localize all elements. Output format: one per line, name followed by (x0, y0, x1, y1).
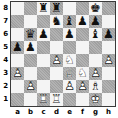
piece-fill: ♛ (63, 67, 76, 80)
square-e7[interactable]: ♝ (63, 15, 76, 28)
square-d2[interactable] (50, 80, 63, 93)
square-a6[interactable] (11, 28, 24, 41)
piece-white-knight: ♘ (63, 54, 76, 67)
file-label-a: a (11, 107, 24, 117)
piece-black-bishop: ♝ (63, 15, 76, 28)
square-a5[interactable]: ♟ (11, 41, 24, 54)
square-b7[interactable] (24, 15, 37, 28)
piece-black-rook: ♜ (50, 2, 63, 15)
piece-white-rook: ♖ (37, 93, 50, 106)
square-b3[interactable] (24, 67, 37, 80)
piece-white-pawn: ♙ (102, 54, 115, 67)
square-a8[interactable] (11, 2, 24, 15)
rank-label-3: 3 (1, 66, 10, 79)
square-h4[interactable]: ♟♙ (102, 54, 115, 67)
piece-black-knight: ♞ (50, 15, 63, 28)
piece-black-pawn: ♟ (11, 41, 24, 54)
square-b4[interactable] (24, 54, 37, 67)
piece-white-knight: ♘ (76, 67, 89, 80)
piece-black-pawn: ♟ (76, 15, 89, 28)
piece-white-queen: ♕ (63, 67, 76, 80)
square-c2[interactable] (37, 80, 50, 93)
piece-fill: ♟ (50, 54, 63, 67)
square-d1[interactable]: ♜♖ (50, 93, 63, 106)
piece-fill: ♝ (89, 80, 102, 93)
square-a7[interactable] (11, 15, 24, 28)
piece-black-queen: ♛ (24, 28, 37, 41)
square-e6[interactable]: ♟ (63, 28, 76, 41)
board-area: 87654321 ♜♜♚♞♝♟♟♛♟♟♝♟♟♟♟♙♞♘♟♙♟♙♛♕♞♘♟♙♟♙♟… (1, 1, 118, 107)
piece-fill: ♟ (24, 80, 37, 93)
file-label-h: h (102, 107, 115, 117)
square-h3[interactable] (102, 67, 115, 80)
square-f5[interactable] (76, 41, 89, 54)
piece-black-pawn: ♟ (63, 28, 76, 41)
file-label-c: c (37, 107, 50, 117)
corner-spacer (1, 107, 10, 117)
square-e5[interactable] (63, 41, 76, 54)
square-e2[interactable]: ♟♙ (63, 80, 76, 93)
piece-black-pawn: ♟ (89, 15, 102, 28)
square-a1[interactable] (11, 93, 24, 106)
square-d8[interactable]: ♜ (50, 2, 63, 15)
file-label-b: b (24, 107, 37, 117)
square-f8[interactable] (76, 2, 89, 15)
rank-label-5: 5 (1, 40, 10, 53)
square-h7[interactable] (102, 15, 115, 28)
piece-white-pawn: ♙ (63, 80, 76, 93)
square-g5[interactable] (89, 41, 102, 54)
file-label-e: e (63, 107, 76, 117)
piece-fill: ♟ (63, 80, 76, 93)
square-f1[interactable] (76, 93, 89, 106)
rank-label-1: 1 (1, 92, 10, 105)
square-e4[interactable]: ♞♘ (63, 54, 76, 67)
square-d7[interactable]: ♞ (50, 15, 63, 28)
square-c3[interactable] (37, 67, 50, 80)
piece-white-pawn: ♙ (76, 80, 89, 93)
square-d3[interactable] (50, 67, 63, 80)
piece-black-pawn: ♟ (102, 28, 115, 41)
file-label-f: f (76, 107, 89, 117)
square-g3[interactable]: ♟♙ (89, 67, 102, 80)
square-g2[interactable]: ♝♗ (89, 80, 102, 93)
file-label-row: abcdefgh (1, 107, 118, 117)
rank-labels: 87654321 (1, 1, 10, 107)
file-label-g: g (89, 107, 102, 117)
square-e3[interactable]: ♛♕ (63, 67, 76, 80)
piece-white-pawn: ♙ (89, 67, 102, 80)
piece-fill: ♟ (11, 67, 24, 80)
piece-fill: ♚ (89, 93, 102, 106)
square-h5[interactable] (102, 41, 115, 54)
piece-black-pawn: ♟ (37, 28, 50, 41)
square-c6[interactable]: ♟ (37, 28, 50, 41)
file-labels: abcdefgh (11, 107, 115, 117)
piece-black-king: ♚ (89, 2, 102, 15)
square-f2[interactable]: ♟♙ (76, 80, 89, 93)
piece-fill: ♟ (76, 80, 89, 93)
square-c7[interactable] (37, 15, 50, 28)
piece-black-rook: ♜ (37, 2, 50, 15)
piece-fill: ♟ (89, 67, 102, 80)
rank-label-2: 2 (1, 79, 10, 92)
piece-fill: ♟ (102, 54, 115, 67)
square-c8[interactable]: ♜ (37, 2, 50, 15)
square-g1[interactable]: ♚♔ (89, 93, 102, 106)
piece-white-pawn: ♙ (24, 80, 37, 93)
square-b2[interactable]: ♟♙ (24, 80, 37, 93)
square-g8[interactable]: ♚ (89, 2, 102, 15)
piece-black-pawn: ♟ (24, 41, 37, 54)
square-c1[interactable]: ♜♖ (37, 93, 50, 106)
piece-white-pawn: ♙ (50, 54, 63, 67)
square-b1[interactable] (24, 93, 37, 106)
square-g7[interactable]: ♟ (89, 15, 102, 28)
rank-label-6: 6 (1, 27, 10, 40)
square-a2[interactable] (11, 80, 24, 93)
file-label-d: d (50, 107, 63, 117)
square-d5[interactable] (50, 41, 63, 54)
square-h6[interactable]: ♟ (102, 28, 115, 41)
chess-board: ♜♜♚♞♝♟♟♛♟♟♝♟♟♟♟♙♞♘♟♙♟♙♛♕♞♘♟♙♟♙♟♙♟♙♝♗♜♖♜♖… (10, 1, 116, 107)
piece-white-king: ♔ (89, 93, 102, 106)
square-c4[interactable] (37, 54, 50, 67)
square-h1[interactable] (102, 93, 115, 106)
piece-black-bishop: ♝ (89, 28, 102, 41)
square-f6[interactable] (76, 28, 89, 41)
square-f3[interactable]: ♞♘ (76, 67, 89, 80)
square-b6[interactable]: ♛ (24, 28, 37, 41)
square-f4[interactable] (76, 54, 89, 67)
chess-diagram: 87654321 ♜♜♚♞♝♟♟♛♟♟♝♟♟♟♟♙♞♘♟♙♟♙♛♕♞♘♟♙♟♙♟… (0, 0, 118, 118)
piece-fill: ♞ (76, 67, 89, 80)
piece-white-pawn: ♙ (11, 67, 24, 80)
square-b8[interactable] (24, 2, 37, 15)
square-e1[interactable] (63, 93, 76, 106)
square-f7[interactable]: ♟ (76, 15, 89, 28)
square-e8[interactable] (63, 2, 76, 15)
square-g6[interactable]: ♝ (89, 28, 102, 41)
piece-fill: ♞ (63, 54, 76, 67)
piece-white-rook: ♖ (50, 93, 63, 106)
piece-white-bishop: ♗ (89, 80, 102, 93)
square-d6[interactable] (50, 28, 63, 41)
square-a4[interactable] (11, 54, 24, 67)
rank-label-8: 8 (1, 1, 10, 14)
square-h2[interactable] (102, 80, 115, 93)
rank-label-4: 4 (1, 53, 10, 66)
piece-fill: ♜ (50, 93, 63, 106)
square-c5[interactable] (37, 41, 50, 54)
square-a3[interactable]: ♟♙ (11, 67, 24, 80)
square-h8[interactable] (102, 2, 115, 15)
rank-label-7: 7 (1, 14, 10, 27)
square-d4[interactable]: ♟♙ (50, 54, 63, 67)
piece-fill: ♜ (37, 93, 50, 106)
square-g4[interactable] (89, 54, 102, 67)
square-b5[interactable]: ♟ (24, 41, 37, 54)
